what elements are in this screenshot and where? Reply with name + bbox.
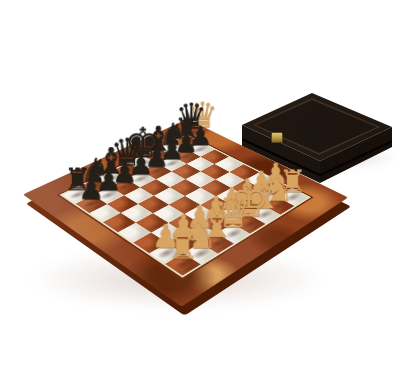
white-rook-icon: ♜	[167, 229, 199, 264]
box-brass-clasp-icon	[271, 132, 283, 143]
chess-set-photo: ♜♞♝♛♚♝♞♜♟♟♟♟♟♟♟♟♟♟♟♟♟♟♟♟♜♞♝♛♚♝♞♜♛♛	[0, 0, 400, 392]
black-pawn-icon: ♟	[78, 174, 104, 203]
